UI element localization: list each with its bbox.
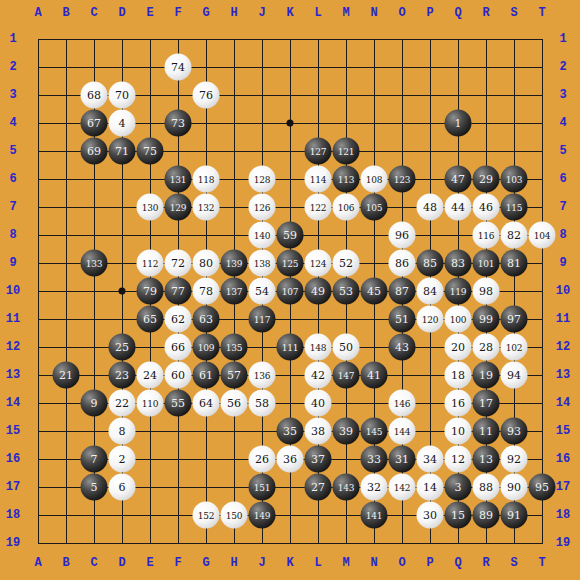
star-point-K4	[287, 120, 294, 127]
stone-black-57: 57	[221, 362, 248, 389]
stone-white-18: 18	[445, 362, 472, 389]
stone-white-24: 24	[137, 362, 164, 389]
stone-black-65: 65	[137, 306, 164, 333]
stone-white-70: 70	[109, 82, 136, 109]
stone-white-14: 14	[417, 474, 444, 501]
coord-label-bottom-P: P	[419, 556, 441, 570]
stone-white-60: 60	[165, 362, 192, 389]
stone-black-137: 137	[221, 278, 248, 305]
stone-white-6: 6	[109, 474, 136, 501]
stone-black-93: 93	[501, 418, 528, 445]
coord-label-bottom-T: T	[531, 556, 553, 570]
coord-label-bottom-Q: Q	[447, 556, 469, 570]
stone-white-56: 56	[221, 390, 248, 417]
stone-black-75: 75	[137, 138, 164, 165]
stone-white-62: 62	[165, 306, 192, 333]
stone-black-85: 85	[417, 250, 444, 277]
coord-label-top-K: K	[279, 6, 301, 20]
stone-black-125: 125	[277, 250, 304, 277]
stone-white-90: 90	[501, 474, 528, 501]
stone-black-119: 119	[445, 278, 472, 305]
coord-label-right-18: 18	[552, 508, 574, 522]
coord-label-right-2: 2	[552, 60, 574, 74]
coord-label-bottom-F: F	[167, 556, 189, 570]
stone-white-114: 114	[305, 166, 332, 193]
coord-label-bottom-S: S	[503, 556, 525, 570]
coord-label-bottom-O: O	[391, 556, 413, 570]
stone-white-72: 72	[165, 250, 192, 277]
stone-black-77: 77	[165, 278, 192, 305]
stone-white-98: 98	[473, 278, 500, 305]
stone-white-122: 122	[305, 194, 332, 221]
stone-black-71: 71	[109, 138, 136, 165]
stone-black-149: 149	[249, 502, 276, 529]
stone-black-45: 45	[361, 278, 388, 305]
stone-black-61: 61	[193, 362, 220, 389]
stone-white-78: 78	[193, 278, 220, 305]
stone-black-47: 47	[445, 166, 472, 193]
stone-white-148: 148	[305, 334, 332, 361]
coord-label-top-H: H	[223, 6, 245, 20]
stone-black-121: 121	[333, 138, 360, 165]
stone-white-8: 8	[109, 418, 136, 445]
stone-black-39: 39	[333, 418, 360, 445]
stone-white-126: 126	[249, 194, 276, 221]
stone-black-73: 73	[165, 110, 192, 137]
stone-white-136: 136	[249, 362, 276, 389]
stone-white-116: 116	[473, 222, 500, 249]
stone-white-30: 30	[417, 502, 444, 529]
stone-white-38: 38	[305, 418, 332, 445]
stone-black-15: 15	[445, 502, 472, 529]
coord-label-left-14: 14	[2, 396, 24, 410]
coord-label-left-19: 19	[2, 536, 24, 550]
stone-black-43: 43	[389, 334, 416, 361]
coord-label-bottom-G: G	[195, 556, 217, 570]
stone-black-69: 69	[81, 138, 108, 165]
coord-label-bottom-J: J	[251, 556, 273, 570]
stone-white-4: 4	[109, 110, 136, 137]
stone-black-59: 59	[277, 222, 304, 249]
coord-label-top-F: F	[167, 6, 189, 20]
stone-white-10: 10	[445, 418, 472, 445]
stone-white-28: 28	[473, 334, 500, 361]
coord-label-top-Q: Q	[447, 6, 469, 20]
stone-black-67: 67	[81, 110, 108, 137]
stone-white-46: 46	[473, 194, 500, 221]
stone-white-44: 44	[445, 194, 472, 221]
coord-label-top-T: T	[531, 6, 553, 20]
stone-black-83: 83	[445, 250, 472, 277]
stone-white-124: 124	[305, 250, 332, 277]
stone-black-117: 117	[249, 306, 276, 333]
stone-white-128: 128	[249, 166, 276, 193]
coord-label-top-O: O	[391, 6, 413, 20]
coord-label-bottom-D: D	[111, 556, 133, 570]
stone-black-139: 139	[221, 250, 248, 277]
coord-label-top-A: A	[27, 6, 49, 20]
coord-label-right-10: 10	[552, 284, 574, 298]
stone-black-41: 41	[361, 362, 388, 389]
stone-black-53: 53	[333, 278, 360, 305]
stone-white-66: 66	[165, 334, 192, 361]
stone-white-48: 48	[417, 194, 444, 221]
stone-white-94: 94	[501, 362, 528, 389]
stone-black-13: 13	[473, 446, 500, 473]
stone-white-54: 54	[249, 278, 276, 305]
stone-black-115: 115	[501, 194, 528, 221]
stone-white-12: 12	[445, 446, 472, 473]
coord-label-left-11: 11	[2, 312, 24, 326]
stone-black-87: 87	[389, 278, 416, 305]
stone-black-129: 129	[165, 194, 192, 221]
coord-label-right-13: 13	[552, 368, 574, 382]
stone-white-106: 106	[333, 194, 360, 221]
stone-white-96: 96	[389, 222, 416, 249]
coord-label-left-10: 10	[2, 284, 24, 298]
stone-black-141: 141	[361, 502, 388, 529]
coord-label-top-S: S	[503, 6, 525, 20]
stone-white-144: 144	[389, 418, 416, 445]
stone-white-146: 146	[389, 390, 416, 417]
coord-label-top-J: J	[251, 6, 273, 20]
stone-white-52: 52	[333, 250, 360, 277]
stone-white-80: 80	[193, 250, 220, 277]
stone-white-100: 100	[445, 306, 472, 333]
stone-white-82: 82	[501, 222, 528, 249]
coord-label-left-18: 18	[2, 508, 24, 522]
stone-black-109: 109	[193, 334, 220, 361]
coord-label-right-4: 4	[552, 116, 574, 130]
coord-label-left-4: 4	[2, 116, 24, 130]
stone-white-20: 20	[445, 334, 472, 361]
stone-white-152: 152	[193, 502, 220, 529]
stone-black-135: 135	[221, 334, 248, 361]
stone-white-110: 110	[137, 390, 164, 417]
stone-black-97: 97	[501, 306, 528, 333]
coord-label-top-P: P	[419, 6, 441, 20]
stone-black-37: 37	[305, 446, 332, 473]
coord-label-left-5: 5	[2, 144, 24, 158]
stone-black-27: 27	[305, 474, 332, 501]
stone-black-51: 51	[389, 306, 416, 333]
coord-label-left-16: 16	[2, 452, 24, 466]
stone-white-138: 138	[249, 250, 276, 277]
coord-label-top-E: E	[139, 6, 161, 20]
go-board[interactable]: AABBCCDDEEFFGGHHJJKKLLMMNNOOPPQQRRSSTT11…	[0, 0, 580, 580]
stone-black-19: 19	[473, 362, 500, 389]
stone-black-81: 81	[501, 250, 528, 277]
stone-black-127: 127	[305, 138, 332, 165]
stone-white-112: 112	[137, 250, 164, 277]
coord-label-top-M: M	[335, 6, 357, 20]
stone-black-9: 9	[81, 390, 108, 417]
stone-white-50: 50	[333, 334, 360, 361]
coord-label-top-C: C	[83, 6, 105, 20]
coord-label-right-15: 15	[552, 424, 574, 438]
stone-black-143: 143	[333, 474, 360, 501]
coord-label-top-L: L	[307, 6, 329, 20]
stone-white-84: 84	[417, 278, 444, 305]
stone-white-130: 130	[137, 194, 164, 221]
stone-black-25: 25	[109, 334, 136, 361]
stone-white-68: 68	[81, 82, 108, 109]
stone-black-3: 3	[445, 474, 472, 501]
stone-black-79: 79	[137, 278, 164, 305]
stone-white-104: 104	[529, 222, 556, 249]
coord-label-bottom-M: M	[335, 556, 357, 570]
stone-black-31: 31	[389, 446, 416, 473]
coord-label-left-3: 3	[2, 88, 24, 102]
coord-label-right-11: 11	[552, 312, 574, 326]
stone-black-23: 23	[109, 362, 136, 389]
coord-label-bottom-H: H	[223, 556, 245, 570]
stone-black-33: 33	[361, 446, 388, 473]
stone-black-55: 55	[165, 390, 192, 417]
coord-label-right-19: 19	[552, 536, 574, 550]
stone-black-7: 7	[81, 446, 108, 473]
stone-black-95: 95	[529, 474, 556, 501]
stone-white-140: 140	[249, 222, 276, 249]
coord-label-left-6: 6	[2, 172, 24, 186]
stone-black-17: 17	[473, 390, 500, 417]
star-point-D10	[119, 288, 126, 295]
stone-black-151: 151	[249, 474, 276, 501]
stone-black-99: 99	[473, 306, 500, 333]
stone-white-2: 2	[109, 446, 136, 473]
stone-white-64: 64	[193, 390, 220, 417]
stone-white-108: 108	[361, 166, 388, 193]
stone-white-22: 22	[109, 390, 136, 417]
stone-white-16: 16	[445, 390, 472, 417]
stone-black-11: 11	[473, 418, 500, 445]
stone-white-58: 58	[249, 390, 276, 417]
coord-label-top-B: B	[55, 6, 77, 20]
coord-label-bottom-K: K	[279, 556, 301, 570]
coord-label-right-1: 1	[552, 32, 574, 46]
stone-white-118: 118	[193, 166, 220, 193]
stone-white-76: 76	[193, 82, 220, 109]
stone-white-34: 34	[417, 446, 444, 473]
stone-white-40: 40	[305, 390, 332, 417]
coord-label-top-D: D	[111, 6, 133, 20]
stone-black-123: 123	[389, 166, 416, 193]
stone-black-103: 103	[501, 166, 528, 193]
coord-label-left-7: 7	[2, 200, 24, 214]
coord-label-right-16: 16	[552, 452, 574, 466]
coord-label-right-6: 6	[552, 172, 574, 186]
coord-label-bottom-L: L	[307, 556, 329, 570]
stone-black-111: 111	[277, 334, 304, 361]
stone-black-105: 105	[361, 194, 388, 221]
stone-white-86: 86	[389, 250, 416, 277]
coord-label-right-7: 7	[552, 200, 574, 214]
stone-black-63: 63	[193, 306, 220, 333]
stone-white-42: 42	[305, 362, 332, 389]
stone-black-147: 147	[333, 362, 360, 389]
stone-white-32: 32	[361, 474, 388, 501]
stone-black-21: 21	[53, 362, 80, 389]
coord-label-bottom-E: E	[139, 556, 161, 570]
stone-white-74: 74	[165, 54, 192, 81]
coord-label-top-G: G	[195, 6, 217, 20]
stone-black-35: 35	[277, 418, 304, 445]
stone-black-89: 89	[473, 502, 500, 529]
coord-label-left-15: 15	[2, 424, 24, 438]
coord-label-left-17: 17	[2, 480, 24, 494]
stone-white-92: 92	[501, 446, 528, 473]
coord-label-right-5: 5	[552, 144, 574, 158]
stone-black-101: 101	[473, 250, 500, 277]
stone-white-26: 26	[249, 446, 276, 473]
coord-label-left-9: 9	[2, 256, 24, 270]
stone-white-142: 142	[389, 474, 416, 501]
stone-black-133: 133	[81, 250, 108, 277]
coord-label-left-12: 12	[2, 340, 24, 354]
stone-black-131: 131	[165, 166, 192, 193]
stone-black-113: 113	[333, 166, 360, 193]
stone-black-107: 107	[277, 278, 304, 305]
coord-label-right-14: 14	[552, 396, 574, 410]
coord-label-bottom-C: C	[83, 556, 105, 570]
coord-label-left-2: 2	[2, 60, 24, 74]
stone-white-120: 120	[417, 306, 444, 333]
stone-black-91: 91	[501, 502, 528, 529]
stone-black-29: 29	[473, 166, 500, 193]
coord-label-left-13: 13	[2, 368, 24, 382]
stone-white-102: 102	[501, 334, 528, 361]
coord-label-bottom-N: N	[363, 556, 385, 570]
stone-black-145: 145	[361, 418, 388, 445]
coord-label-left-1: 1	[2, 32, 24, 46]
stone-white-88: 88	[473, 474, 500, 501]
stone-white-150: 150	[221, 502, 248, 529]
coord-label-top-N: N	[363, 6, 385, 20]
coord-label-bottom-A: A	[27, 556, 49, 570]
stone-black-49: 49	[305, 278, 332, 305]
stone-black-1: 1	[445, 110, 472, 137]
coord-label-right-12: 12	[552, 340, 574, 354]
stone-white-36: 36	[277, 446, 304, 473]
coord-label-right-3: 3	[552, 88, 574, 102]
coord-label-bottom-R: R	[475, 556, 497, 570]
coord-label-top-R: R	[475, 6, 497, 20]
stone-black-5: 5	[81, 474, 108, 501]
coord-label-bottom-B: B	[55, 556, 77, 570]
coord-label-right-9: 9	[552, 256, 574, 270]
stone-white-132: 132	[193, 194, 220, 221]
coord-label-left-8: 8	[2, 228, 24, 242]
